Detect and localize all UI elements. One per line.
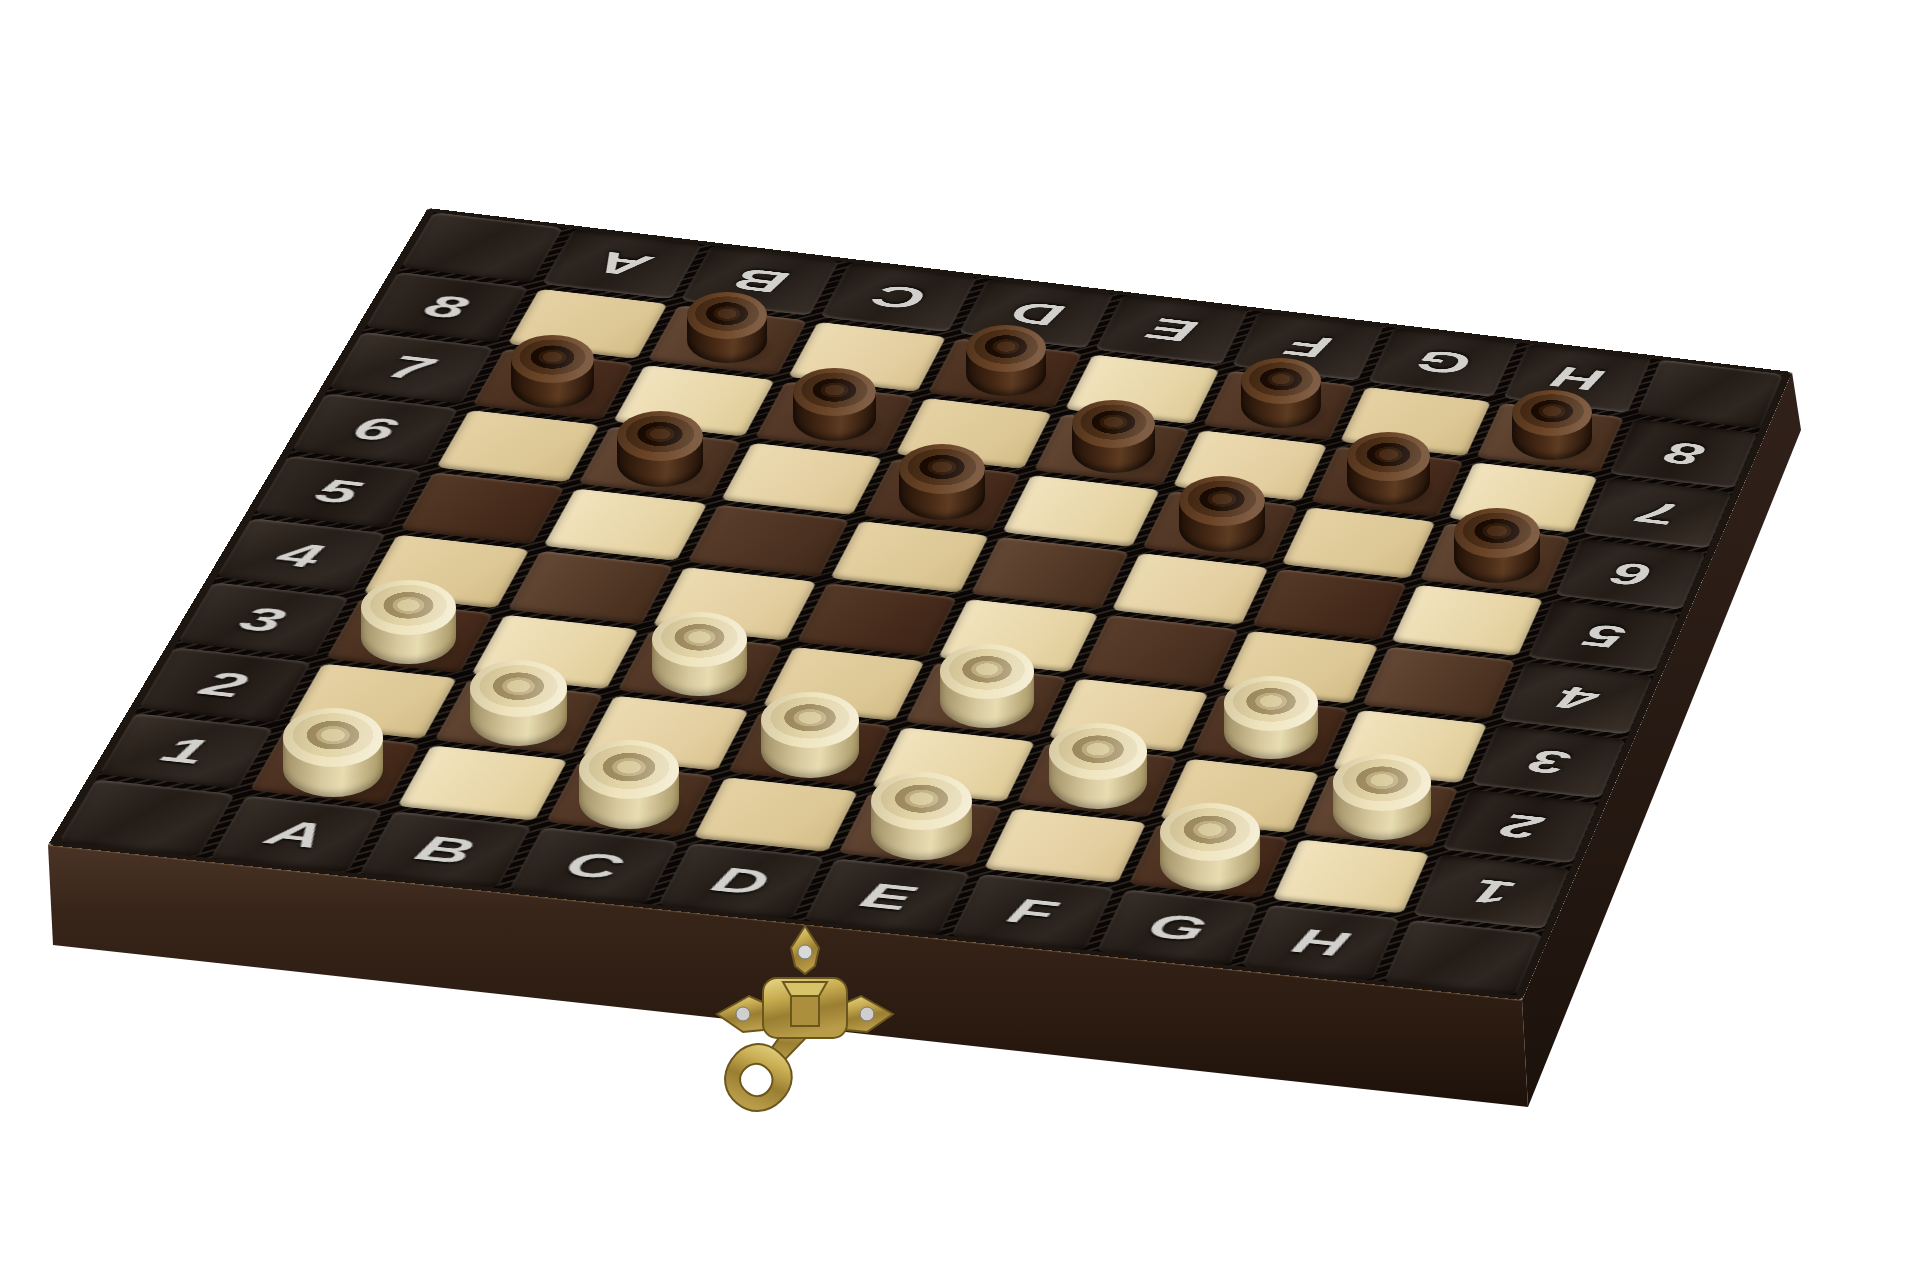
light-piece-g3[interactable] — [1224, 676, 1319, 759]
file-label-far-c: C — [821, 262, 977, 332]
piece-top-face — [1160, 803, 1261, 861]
rank-label-right-2: 2 — [1443, 789, 1598, 863]
piece-top-face — [687, 292, 767, 339]
file-label-near-h: H — [1241, 905, 1401, 980]
dark-piece-d6[interactable] — [899, 444, 985, 520]
light-piece-h2[interactable] — [1333, 754, 1431, 840]
board-surface: ABCDEFGH8877665544332211ABCDEFGH — [48, 208, 1792, 1000]
rank-label-left-1: 1 — [99, 713, 273, 789]
rank-label-right-7: 7 — [1584, 478, 1733, 548]
light-piece-c1[interactable] — [579, 740, 680, 828]
square-b4[interactable] — [508, 551, 673, 625]
rank-label-left-7: 7 — [329, 332, 493, 404]
piece-top-face — [761, 692, 859, 749]
square-h4[interactable] — [1361, 647, 1515, 720]
clasp[interactable] — [705, 922, 905, 1166]
piece-top-face — [617, 411, 703, 461]
rank-label-right-6: 6 — [1556, 539, 1706, 610]
corner-cell — [59, 780, 235, 857]
square-d5[interactable] — [830, 521, 990, 593]
rank-label-left-6: 6 — [292, 393, 458, 465]
piece-top-face — [1179, 476, 1265, 526]
square-c6[interactable] — [721, 443, 881, 515]
piece-top-face — [1241, 358, 1321, 405]
light-piece-b2[interactable] — [470, 660, 568, 746]
square-f5[interactable] — [1112, 553, 1268, 625]
piece-top-face — [283, 708, 384, 766]
corner-cell — [1637, 360, 1783, 429]
light-piece-f2[interactable] — [1049, 723, 1147, 809]
light-piece-a1[interactable] — [283, 708, 384, 796]
piece-top-face — [511, 335, 594, 383]
dark-piece-b6[interactable] — [617, 411, 703, 487]
rank-label-left-3: 3 — [178, 582, 349, 657]
square-c5[interactable] — [687, 505, 849, 578]
file-label-far-a: A — [542, 229, 702, 299]
light-piece-a3[interactable] — [361, 580, 456, 663]
square-a5[interactable] — [400, 472, 566, 545]
dark-piece-h8[interactable] — [1512, 390, 1592, 461]
square-g5[interactable] — [1252, 569, 1407, 641]
piece-top-face — [1072, 400, 1155, 448]
light-piece-e3[interactable] — [940, 644, 1035, 727]
light-piece-g1[interactable] — [1160, 803, 1261, 891]
square-e5[interactable] — [971, 537, 1129, 609]
scene: ABCDEFGH8877665544332211ABCDEFGH — [0, 0, 1920, 1280]
corner-cell — [401, 212, 563, 282]
file-label-near-b: B — [360, 812, 531, 889]
piece-top-face — [1454, 508, 1540, 558]
dark-piece-a7[interactable] — [511, 335, 594, 408]
light-piece-d2[interactable] — [761, 692, 859, 778]
dark-piece-b8[interactable] — [687, 292, 767, 363]
file-label-far-g: G — [1368, 328, 1517, 397]
dark-piece-d8[interactable] — [966, 325, 1046, 396]
piece-top-face — [899, 444, 985, 494]
dark-piece-c7[interactable] — [793, 368, 876, 441]
piece-top-face — [1224, 676, 1319, 731]
file-label-near-f: F — [951, 874, 1115, 950]
dark-piece-h6[interactable] — [1454, 508, 1540, 584]
piece-top-face — [1333, 754, 1431, 811]
dark-piece-f8[interactable] — [1241, 358, 1321, 429]
dark-piece-f6[interactable] — [1179, 476, 1265, 552]
light-piece-c3[interactable] — [652, 612, 747, 695]
dark-piece-g7[interactable] — [1347, 432, 1430, 505]
piece-top-face — [361, 580, 456, 635]
square-a6[interactable] — [436, 410, 600, 482]
piece-top-face — [1049, 723, 1147, 780]
rank-label-right-4: 4 — [1501, 662, 1653, 734]
rank-label-right-1: 1 — [1414, 854, 1570, 929]
piece-top-face — [652, 612, 747, 667]
rank-label-right-8: 8 — [1611, 419, 1758, 489]
piece-top-face — [940, 644, 1035, 699]
rank-label-right-5: 5 — [1529, 600, 1680, 672]
square-b5[interactable] — [544, 488, 708, 561]
piece-top-face — [871, 772, 972, 830]
file-label-near-d: D — [658, 843, 825, 919]
piece-top-face — [793, 368, 876, 416]
piece-top-face — [470, 660, 568, 717]
square-d4[interactable] — [796, 583, 957, 656]
square-e6[interactable] — [1003, 475, 1160, 547]
rank-label-left-5: 5 — [254, 456, 422, 529]
piece-top-face — [579, 740, 680, 798]
clasp-graphic — [705, 922, 905, 1162]
piece-top-face — [1512, 390, 1592, 437]
rank-label-right-3: 3 — [1472, 726, 1626, 799]
piece-top-face — [966, 325, 1046, 372]
piece-top-face — [1347, 432, 1430, 480]
square-g6[interactable] — [1281, 507, 1434, 578]
dark-piece-e7[interactable] — [1072, 400, 1155, 473]
corner-cell — [1384, 920, 1542, 995]
light-piece-e1[interactable] — [871, 772, 972, 860]
rank-label-left-8: 8 — [365, 272, 528, 343]
file-label-far-e: E — [1096, 295, 1249, 365]
square-f4[interactable] — [1081, 615, 1239, 688]
